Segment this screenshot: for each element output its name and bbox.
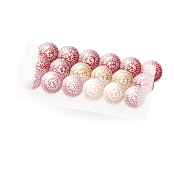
photo-stage bbox=[0, 0, 174, 174]
